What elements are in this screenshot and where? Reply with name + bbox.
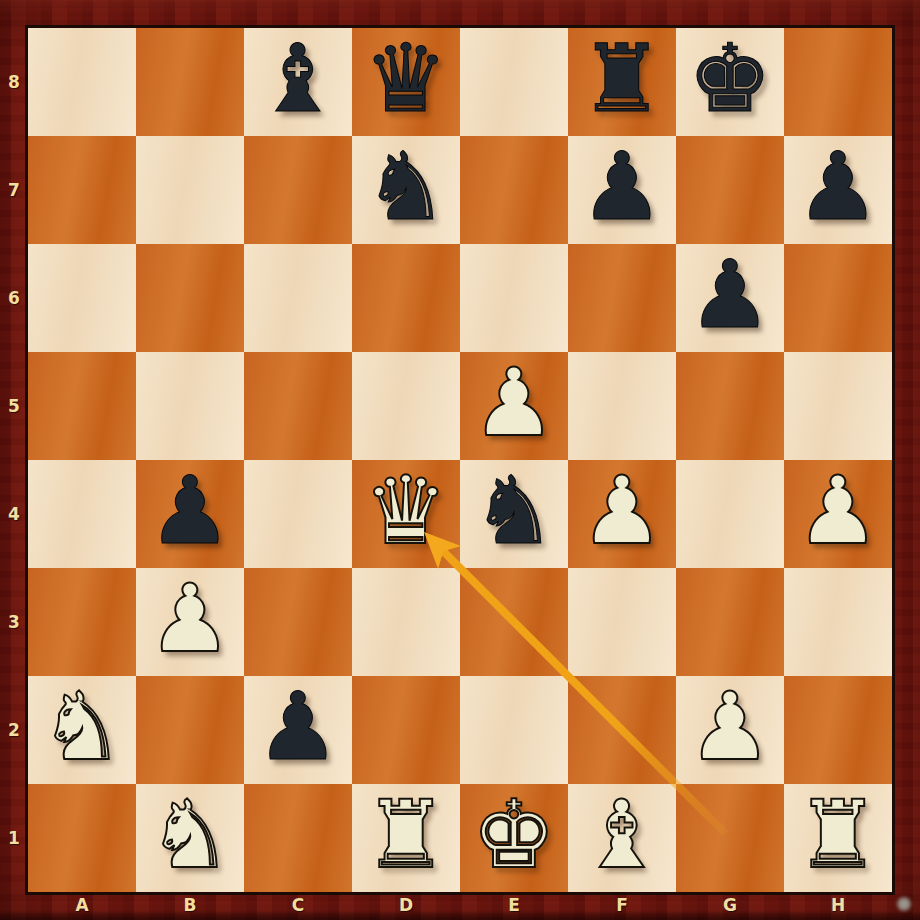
square-f1[interactable]: ♝ <box>568 784 676 892</box>
file-labels: ABCDEFGH <box>28 892 892 920</box>
white-pawn[interactable]: ♟ <box>472 356 556 450</box>
black-rook[interactable]: ♜ <box>580 32 664 126</box>
square-h6[interactable] <box>784 244 892 352</box>
square-h2[interactable] <box>784 676 892 784</box>
square-e5[interactable]: ♟ <box>460 352 568 460</box>
square-a5[interactable] <box>28 352 136 460</box>
square-e6[interactable] <box>460 244 568 352</box>
rank-label-4: 4 <box>0 460 28 568</box>
square-h8[interactable] <box>784 28 892 136</box>
square-b6[interactable] <box>136 244 244 352</box>
square-f6[interactable] <box>568 244 676 352</box>
white-king[interactable]: ♚ <box>472 788 556 882</box>
file-label-e: E <box>460 892 568 918</box>
square-f5[interactable] <box>568 352 676 460</box>
square-d1[interactable]: ♜ <box>352 784 460 892</box>
square-d3[interactable] <box>352 568 460 676</box>
square-c6[interactable] <box>244 244 352 352</box>
black-bishop[interactable]: ♝ <box>256 32 340 126</box>
square-c5[interactable] <box>244 352 352 460</box>
white-rook[interactable]: ♜ <box>364 788 448 882</box>
square-c3[interactable] <box>244 568 352 676</box>
square-a6[interactable] <box>28 244 136 352</box>
square-f3[interactable] <box>568 568 676 676</box>
rank-label-1: 1 <box>0 784 28 892</box>
square-e7[interactable] <box>460 136 568 244</box>
square-b5[interactable] <box>136 352 244 460</box>
white-queen[interactable]: ♛ <box>364 464 448 558</box>
square-c8[interactable]: ♝ <box>244 28 352 136</box>
square-g1[interactable] <box>676 784 784 892</box>
rank-labels: 87654321 <box>0 28 28 892</box>
square-a8[interactable] <box>28 28 136 136</box>
square-e1[interactable]: ♚ <box>460 784 568 892</box>
square-e4[interactable]: ♞ <box>460 460 568 568</box>
square-f8[interactable]: ♜ <box>568 28 676 136</box>
square-c2[interactable]: ♟ <box>244 676 352 784</box>
black-pawn[interactable]: ♟ <box>148 464 232 558</box>
rank-label-6: 6 <box>0 244 28 352</box>
file-label-f: F <box>568 892 676 918</box>
rank-label-8: 8 <box>0 28 28 136</box>
square-f4[interactable]: ♟ <box>568 460 676 568</box>
square-d8[interactable]: ♛ <box>352 28 460 136</box>
chess-board: ♝♛♜♚♞♟♟♟♟♟♛♞♟♟♟♞♟♟♞♜♚♝♜ <box>28 28 892 892</box>
square-g3[interactable] <box>676 568 784 676</box>
square-b2[interactable] <box>136 676 244 784</box>
square-b8[interactable] <box>136 28 244 136</box>
black-queen[interactable]: ♛ <box>364 32 448 126</box>
square-d5[interactable] <box>352 352 460 460</box>
square-a4[interactable] <box>28 460 136 568</box>
square-a2[interactable]: ♞ <box>28 676 136 784</box>
square-d2[interactable] <box>352 676 460 784</box>
square-c1[interactable] <box>244 784 352 892</box>
file-label-c: C <box>244 892 352 918</box>
file-label-d: D <box>352 892 460 918</box>
white-pawn[interactable]: ♟ <box>148 572 232 666</box>
black-pawn[interactable]: ♟ <box>256 680 340 774</box>
black-pawn[interactable]: ♟ <box>796 140 880 234</box>
square-h7[interactable]: ♟ <box>784 136 892 244</box>
square-g6[interactable]: ♟ <box>676 244 784 352</box>
file-label-h: H <box>784 892 892 918</box>
white-knight[interactable]: ♞ <box>148 788 232 882</box>
square-g2[interactable]: ♟ <box>676 676 784 784</box>
black-pawn[interactable]: ♟ <box>688 248 772 342</box>
square-e8[interactable] <box>460 28 568 136</box>
file-label-g: G <box>676 892 784 918</box>
square-c7[interactable] <box>244 136 352 244</box>
square-c4[interactable] <box>244 460 352 568</box>
file-label-b: B <box>136 892 244 918</box>
square-b1[interactable]: ♞ <box>136 784 244 892</box>
white-pawn[interactable]: ♟ <box>688 680 772 774</box>
white-bishop[interactable]: ♝ <box>580 788 664 882</box>
square-h3[interactable] <box>784 568 892 676</box>
black-knight[interactable]: ♞ <box>472 464 556 558</box>
rank-label-5: 5 <box>0 352 28 460</box>
square-h4[interactable]: ♟ <box>784 460 892 568</box>
square-b4[interactable]: ♟ <box>136 460 244 568</box>
white-knight[interactable]: ♞ <box>40 680 124 774</box>
file-label-a: A <box>28 892 136 918</box>
rank-label-2: 2 <box>0 676 28 784</box>
square-e3[interactable] <box>460 568 568 676</box>
white-pawn[interactable]: ♟ <box>796 464 880 558</box>
square-e2[interactable] <box>460 676 568 784</box>
square-g4[interactable] <box>676 460 784 568</box>
square-b3[interactable]: ♟ <box>136 568 244 676</box>
square-a7[interactable] <box>28 136 136 244</box>
black-king[interactable]: ♚ <box>688 32 772 126</box>
square-b7[interactable] <box>136 136 244 244</box>
square-h5[interactable] <box>784 352 892 460</box>
square-h1[interactable]: ♜ <box>784 784 892 892</box>
chess-board-frame: ♝♛♜♚♞♟♟♟♟♟♛♞♟♟♟♞♟♟♞♜♚♝♜ 87654321 ABCDEFG… <box>0 0 920 920</box>
black-pawn[interactable]: ♟ <box>580 140 664 234</box>
square-d6[interactable] <box>352 244 460 352</box>
square-f2[interactable] <box>568 676 676 784</box>
square-f7[interactable]: ♟ <box>568 136 676 244</box>
white-pawn[interactable]: ♟ <box>580 464 664 558</box>
square-g8[interactable]: ♚ <box>676 28 784 136</box>
square-g5[interactable] <box>676 352 784 460</box>
square-a1[interactable] <box>28 784 136 892</box>
black-knight[interactable]: ♞ <box>364 140 448 234</box>
white-rook[interactable]: ♜ <box>796 788 880 882</box>
square-a3[interactable] <box>28 568 136 676</box>
rank-label-3: 3 <box>0 568 28 676</box>
square-d7[interactable]: ♞ <box>352 136 460 244</box>
rank-label-7: 7 <box>0 136 28 244</box>
square-d4[interactable]: ♛ <box>352 460 460 568</box>
corner-dot <box>896 896 912 912</box>
square-g7[interactable] <box>676 136 784 244</box>
